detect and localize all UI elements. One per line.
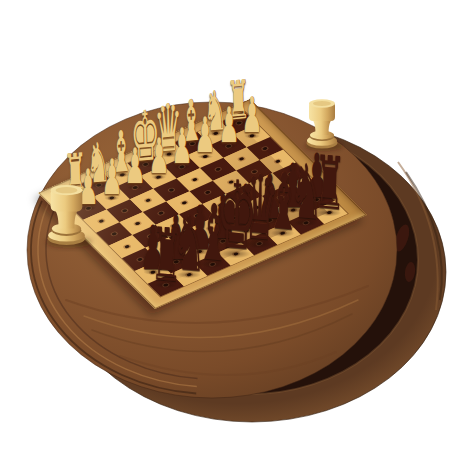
piece-black-rook-h8: ♜ [150,218,183,294]
piece-white-pawn-g2: ♟ [101,154,122,203]
spare-piece-left [30,171,103,252]
piece-white-pawn-f2: ♟ [125,144,146,193]
piece-white-pawn-e2: ♟ [148,133,169,182]
piece-white-pawn-c2: ♟ [195,113,216,162]
peg-hole [192,178,198,182]
peg-hole [168,188,174,192]
piece-white-pawn-a2: ♟ [242,92,263,141]
peg-hole [111,232,117,236]
piece-white-pawn-d2: ♟ [171,123,192,172]
piece-white-pawn-b2: ♟ [218,102,239,151]
peg-hole [124,245,130,249]
peg-hole [262,146,268,150]
peg-hole [145,198,151,202]
chess-set-photo: ♜♞♝♛♚♝♞♜♟♟♟♟♟♟♟♟♟♟♟♟♟♟♟♟♜♞♝♛♚♝♞♜ [0,0,452,452]
peg-hole [121,209,127,213]
